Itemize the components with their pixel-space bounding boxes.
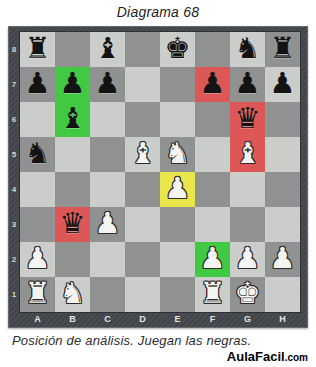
white-rook: ♜ [200, 279, 226, 308]
white-bishop: ♝ [130, 139, 156, 168]
file-label-c: C [90, 312, 125, 327]
white-knight: ♞ [60, 279, 86, 308]
square-a3 [20, 207, 55, 242]
black-queen: ♛ [235, 104, 261, 133]
square-h4 [265, 172, 300, 207]
square-e3 [160, 207, 195, 242]
square-d2 [125, 242, 160, 277]
square-b2 [55, 242, 90, 277]
white-bishop: ♝ [235, 139, 261, 168]
square-d1 [125, 277, 160, 312]
black-pawn: ♟ [95, 69, 121, 98]
black-pawn: ♟ [60, 69, 86, 98]
file-labels: ABCDEFGH [20, 312, 300, 327]
square-e2 [160, 242, 195, 277]
rank-label-3: 3 [8, 207, 20, 242]
brand-name: AulaFacil [227, 349, 285, 364]
black-pawn: ♟ [200, 69, 226, 98]
rank-label-4: 4 [8, 172, 20, 207]
rank-label-6: 6 [8, 102, 20, 137]
square-g8: ♞ [230, 32, 265, 67]
file-label-b: B [55, 312, 90, 327]
square-g4 [230, 172, 265, 207]
square-d4 [125, 172, 160, 207]
square-g2: ♟ [230, 242, 265, 277]
square-f7: ♟ [195, 67, 230, 102]
square-c7: ♟ [90, 67, 125, 102]
file-label-e: E [160, 312, 195, 327]
square-f5 [195, 137, 230, 172]
square-h2: ♟ [265, 242, 300, 277]
white-pawn: ♟ [270, 244, 296, 273]
black-bishop: ♝ [60, 104, 86, 133]
diagram-page: Diagrama 68 87654321 ♜♝♚♞♜♟♟♟♟♟♟♝♛♞♝♞♝♟♛… [0, 0, 316, 364]
square-a2: ♟ [20, 242, 55, 277]
square-g6: ♛ [230, 102, 265, 137]
white-king: ♚ [235, 279, 261, 308]
square-a6 [20, 102, 55, 137]
square-g3 [230, 207, 265, 242]
white-knight: ♞ [165, 139, 191, 168]
square-b8 [55, 32, 90, 67]
square-f3 [195, 207, 230, 242]
square-h8: ♜ [265, 32, 300, 67]
square-f4 [195, 172, 230, 207]
black-knight: ♞ [235, 34, 261, 63]
square-d6 [125, 102, 160, 137]
square-a4 [20, 172, 55, 207]
square-a7: ♟ [20, 67, 55, 102]
square-g1: ♚ [230, 277, 265, 312]
square-c8: ♝ [90, 32, 125, 67]
square-d8 [125, 32, 160, 67]
brand-tld: .com [285, 352, 308, 363]
white-pawn: ♟ [95, 209, 121, 238]
white-pawn: ♟ [200, 244, 226, 273]
square-a1: ♜ [20, 277, 55, 312]
white-pawn: ♟ [25, 244, 51, 273]
file-label-f: F [195, 312, 230, 327]
square-f8 [195, 32, 230, 67]
caption-row: Posición de análisis. Juegan las negras.… [12, 333, 308, 364]
caption: Posición de análisis. Juegan las negras. [12, 333, 308, 348]
diagram-title: Diagrama 68 [0, 0, 316, 20]
square-a5: ♞ [20, 137, 55, 172]
rank-label-5: 5 [8, 137, 20, 172]
square-b6: ♝ [55, 102, 90, 137]
file-label-a: A [20, 312, 55, 327]
white-pawn: ♟ [165, 174, 191, 203]
square-e7 [160, 67, 195, 102]
square-e8: ♚ [160, 32, 195, 67]
black-pawn: ♟ [25, 69, 51, 98]
square-h3 [265, 207, 300, 242]
white-rook: ♜ [25, 279, 51, 308]
square-d3 [125, 207, 160, 242]
square-a8: ♜ [20, 32, 55, 67]
square-e4: ♟ [160, 172, 195, 207]
square-b3: ♛ [55, 207, 90, 242]
square-b5 [55, 137, 90, 172]
brand: AulaFacil.com [12, 349, 308, 364]
chess-board: ♜♝♚♞♜♟♟♟♟♟♟♝♛♞♝♞♝♟♛♟♟♟♟♟♜♞♜♚ [20, 32, 300, 312]
file-label-d: D [125, 312, 160, 327]
file-label-g: G [230, 312, 265, 327]
black-king: ♚ [165, 34, 191, 63]
square-c3: ♟ [90, 207, 125, 242]
square-b1: ♞ [55, 277, 90, 312]
square-e6 [160, 102, 195, 137]
black-rook: ♜ [25, 34, 51, 63]
square-c5 [90, 137, 125, 172]
black-pawn: ♟ [235, 69, 261, 98]
square-b4 [55, 172, 90, 207]
square-g7: ♟ [230, 67, 265, 102]
square-e1 [160, 277, 195, 312]
rank-labels: 87654321 [8, 32, 20, 312]
black-rook: ♜ [270, 34, 296, 63]
square-h1 [265, 277, 300, 312]
square-h7: ♟ [265, 67, 300, 102]
rank-label-8: 8 [8, 32, 20, 67]
square-g5: ♝ [230, 137, 265, 172]
square-d5: ♝ [125, 137, 160, 172]
black-bishop: ♝ [95, 34, 121, 63]
square-f6 [195, 102, 230, 137]
square-c1 [90, 277, 125, 312]
chess-board-frame: 87654321 ♜♝♚♞♜♟♟♟♟♟♟♝♛♞♝♞♝♟♛♟♟♟♟♟♜♞♜♚ AB… [8, 26, 308, 328]
square-f2: ♟ [195, 242, 230, 277]
rank-label-1: 1 [8, 277, 20, 312]
black-knight: ♞ [25, 139, 51, 168]
square-h5 [265, 137, 300, 172]
square-h6 [265, 102, 300, 137]
square-d7 [125, 67, 160, 102]
rank-label-2: 2 [8, 242, 20, 277]
square-c6 [90, 102, 125, 137]
square-f1: ♜ [195, 277, 230, 312]
files-spacer [8, 312, 20, 327]
black-queen: ♛ [60, 209, 86, 238]
rank-label-7: 7 [8, 67, 20, 102]
square-c4 [90, 172, 125, 207]
square-e5: ♞ [160, 137, 195, 172]
file-label-h: H [265, 312, 300, 327]
square-c2 [90, 242, 125, 277]
white-pawn: ♟ [235, 244, 261, 273]
black-pawn: ♟ [270, 69, 296, 98]
square-b7: ♟ [55, 67, 90, 102]
